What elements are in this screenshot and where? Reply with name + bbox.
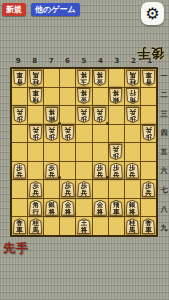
piece-kanji: 桂馬 (129, 70, 136, 84)
rank-label: 九 (159, 218, 169, 237)
piece-kanji: 銀将 (113, 89, 120, 103)
piece-face: 銀将 (46, 108, 58, 122)
piece-kanji: 金将 (97, 70, 104, 84)
piece-kanji: 歩兵 (145, 183, 152, 197)
piece-face: 香車 (14, 71, 26, 85)
shogi-piece-sente-3h[interactable]: 飛車 (109, 200, 123, 216)
rank-coordinate-labels: 一二三四五六七八九 (159, 67, 169, 237)
piece-face: 歩兵 (14, 108, 26, 122)
piece-face: 歩兵 (62, 182, 74, 196)
shogi-piece-sente-8g[interactable]: 歩兵 (29, 181, 43, 197)
board-square-9f[interactable]: 歩兵 (12, 162, 27, 180)
file-label: 2 (125, 57, 141, 66)
board-square-7e[interactable] (44, 143, 59, 161)
piece-kanji: 香車 (145, 220, 152, 234)
board-square-9h[interactable] (12, 199, 27, 217)
board-square-2i[interactable]: 桂馬 (125, 217, 140, 235)
board-square-3a[interactable] (109, 69, 124, 87)
piece-kanji: 香車 (16, 220, 23, 234)
piece-face: 金将 (94, 71, 106, 85)
board-square-6f[interactable] (60, 162, 75, 180)
board-square-4i[interactable] (93, 217, 108, 235)
board-square-7i[interactable] (44, 217, 59, 235)
new-game-button[interactable]: 新規 (2, 3, 26, 16)
shogi-piece-gote-1d[interactable]: 歩兵 (142, 125, 156, 141)
rank-label: 四 (159, 124, 169, 143)
shogi-piece-gote-8a[interactable]: 桂馬 (29, 70, 43, 86)
board-square-2b[interactable]: 角行 (125, 88, 140, 106)
board-square-1b[interactable] (141, 88, 156, 106)
board-square-2g[interactable] (125, 180, 140, 198)
piece-face: 香車 (143, 219, 155, 233)
piece-kanji: 歩兵 (32, 183, 39, 197)
piece-face: 角行 (30, 201, 42, 215)
piece-kanji: 銀将 (49, 201, 56, 215)
piece-kanji: 銀将 (129, 201, 136, 215)
board-square-7h[interactable]: 銀将 (44, 199, 59, 217)
board-square-4a[interactable]: 金将 (93, 69, 108, 87)
board-square-4e[interactable] (93, 143, 108, 161)
shogi-piece-sente-7f[interactable]: 歩兵 (45, 163, 59, 179)
shogi-piece-sente-4h[interactable]: 金将 (93, 200, 107, 216)
board-square-2h[interactable]: 銀将 (125, 199, 140, 217)
piece-kanji: 歩兵 (113, 145, 120, 159)
board-square-8i[interactable]: 桂馬 (28, 217, 43, 235)
board-square-2a[interactable]: 桂馬 (125, 69, 140, 87)
board-square-2d[interactable] (125, 125, 140, 143)
shogi-piece-gote-3e[interactable]: 歩兵 (109, 144, 123, 160)
board-square-6a[interactable] (60, 69, 75, 87)
shogi-piece-gote-2c[interactable]: 歩兵 (126, 107, 140, 123)
board-square-1d[interactable]: 歩兵 (141, 125, 156, 143)
board-square-4d[interactable] (93, 125, 108, 143)
shogi-piece-gote-7c[interactable]: 銀将 (45, 107, 59, 123)
board-square-5d[interactable] (76, 125, 91, 143)
board-square-8e[interactable] (28, 143, 43, 161)
shogi-piece-gote-9a[interactable]: 香車 (13, 70, 27, 86)
piece-kanji: 王将 (81, 220, 88, 234)
piece-face: 桂馬 (127, 71, 139, 85)
board-square-8c[interactable] (28, 106, 43, 124)
board-square-7c[interactable]: 銀将 (44, 106, 59, 124)
piece-kanji: 桂馬 (32, 70, 39, 84)
gear-icon: ⚙ (145, 6, 159, 22)
piece-face: 桂馬 (30, 71, 42, 85)
board-square-8h[interactable]: 角行 (28, 199, 43, 217)
piece-face: 歩兵 (127, 108, 139, 122)
board-square-4h[interactable]: 金将 (93, 199, 108, 217)
shogi-piece-gote-4c[interactable]: 歩兵 (93, 107, 107, 123)
board-square-7f[interactable]: 歩兵 (44, 162, 59, 180)
file-label: 6 (59, 57, 75, 66)
piece-kanji: 歩兵 (32, 126, 39, 140)
board-square-9c[interactable]: 歩兵 (12, 106, 27, 124)
piece-face: 香車 (143, 71, 155, 85)
shogi-piece-sente-6g[interactable]: 歩兵 (61, 181, 75, 197)
shogi-piece-sente-2f[interactable]: 歩兵 (126, 163, 140, 179)
board-square-9b[interactable] (12, 88, 27, 106)
piece-kanji: 桂馬 (129, 220, 136, 234)
board-square-3c[interactable] (109, 106, 124, 124)
board-square-6d[interactable]: 歩兵 (60, 125, 75, 143)
piece-face: 銀将 (127, 201, 139, 215)
shogi-piece-gote-8d[interactable]: 歩兵 (29, 125, 43, 141)
shogi-piece-sente-9f[interactable]: 歩兵 (13, 163, 27, 179)
board-square-7b[interactable] (44, 88, 59, 106)
shogi-piece-gote-5a[interactable]: 玉将 (77, 70, 91, 86)
piece-kanji: 銀将 (49, 108, 56, 122)
piece-face: 歩兵 (46, 164, 58, 178)
file-label: 7 (43, 57, 59, 66)
board-square-4f[interactable]: 歩兵 (93, 162, 108, 180)
board-square-9g[interactable] (12, 180, 27, 198)
piece-kanji: 歩兵 (97, 108, 104, 122)
piece-kanji: 歩兵 (129, 164, 136, 178)
board-square-4b[interactable] (93, 88, 108, 106)
rank-label: 一 (159, 67, 169, 86)
board-square-9i[interactable]: 香車 (12, 217, 27, 235)
board-square-7d[interactable]: 歩兵 (44, 125, 59, 143)
shogi-piece-sente-4f[interactable]: 歩兵 (93, 163, 107, 179)
board-square-5e[interactable] (76, 143, 91, 161)
piece-kanji: 香車 (16, 70, 23, 84)
other-games-button[interactable]: 他のゲーム (31, 3, 80, 16)
shogi-piece-sente-3f[interactable]: 歩兵 (109, 163, 123, 179)
sente-player-label: 先手 (3, 240, 29, 257)
piece-face: 歩兵 (78, 108, 90, 122)
shogi-piece-sente-8i[interactable]: 桂馬 (29, 218, 43, 234)
rank-label: 三 (159, 105, 169, 124)
shogi-piece-sente-2i[interactable]: 桂馬 (126, 218, 140, 234)
piece-kanji: 歩兵 (49, 164, 56, 178)
shogi-piece-gote-1a[interactable]: 香車 (142, 70, 156, 86)
shogi-piece-gote-2b[interactable]: 角行 (126, 88, 140, 104)
file-label: 8 (26, 57, 42, 66)
shogi-piece-gote-5b[interactable]: 金将 (77, 88, 91, 104)
board-square-8b[interactable]: 飛車 (28, 88, 43, 106)
shogi-piece-sente-2h[interactable]: 銀将 (126, 200, 140, 216)
piece-kanji: 玉将 (81, 70, 88, 84)
piece-kanji: 金将 (81, 89, 88, 103)
shogi-piece-gote-9c[interactable]: 歩兵 (13, 107, 27, 123)
piece-kanji: 歩兵 (65, 183, 72, 197)
board-square-3i[interactable] (109, 217, 124, 235)
piece-kanji: 飛車 (113, 201, 120, 215)
piece-face: 歩兵 (14, 164, 26, 178)
piece-face: 歩兵 (143, 182, 155, 196)
board-square-5b[interactable]: 金将 (76, 88, 91, 106)
shogi-piece-gote-6d[interactable]: 歩兵 (61, 125, 75, 141)
board-square-1a[interactable]: 香車 (141, 69, 156, 87)
piece-kanji: 歩兵 (97, 164, 104, 178)
shogi-piece-gote-5c[interactable]: 歩兵 (77, 107, 91, 123)
piece-kanji: 歩兵 (129, 108, 136, 122)
board-square-2c[interactable]: 歩兵 (125, 106, 140, 124)
board-square-3d[interactable] (109, 125, 124, 143)
piece-face: 香車 (14, 219, 26, 233)
rank-label: 七 (159, 180, 169, 199)
shogi-piece-gote-3b[interactable]: 銀将 (109, 88, 123, 104)
shogi-piece-sente-1i[interactable]: 香車 (142, 218, 156, 234)
file-coordinate-labels: 987654321 (10, 57, 158, 66)
shogi-piece-sente-7h[interactable]: 銀将 (45, 200, 59, 216)
piece-kanji: 歩兵 (81, 108, 88, 122)
file-label: 1 (142, 57, 158, 66)
file-label: 9 (10, 57, 26, 66)
shogi-piece-gote-2a[interactable]: 桂馬 (126, 70, 140, 86)
board-square-8g[interactable]: 歩兵 (28, 180, 43, 198)
file-label: 3 (109, 57, 125, 66)
shogi-piece-gote-4a[interactable]: 金将 (93, 70, 107, 86)
board-square-8a[interactable]: 桂馬 (28, 69, 43, 87)
shogi-piece-sente-5i[interactable]: 王将 (77, 218, 91, 234)
shogi-piece-gote-8b[interactable]: 飛車 (29, 88, 43, 104)
piece-kanji: 歩兵 (113, 164, 120, 178)
piece-face: 歩兵 (78, 182, 90, 196)
piece-kanji: 角行 (32, 201, 39, 215)
rank-label: 二 (159, 86, 169, 105)
piece-face: 歩兵 (94, 108, 106, 122)
shogi-board: 香車桂馬玉将金将桂馬香車飛車金将銀将角行歩兵銀将歩兵歩兵歩兵歩兵歩兵歩兵歩兵歩兵… (10, 67, 158, 237)
piece-kanji: 角行 (129, 89, 136, 103)
piece-kanji: 香車 (145, 70, 152, 84)
board-square-1f[interactable] (141, 162, 156, 180)
piece-kanji: 金将 (97, 201, 104, 215)
shogi-piece-sente-1g[interactable]: 歩兵 (142, 181, 156, 197)
board-square-9d[interactable] (12, 125, 27, 143)
board-square-2f[interactable]: 歩兵 (125, 162, 140, 180)
shogi-piece-gote-7d[interactable]: 歩兵 (45, 125, 59, 141)
rank-label: 八 (159, 199, 169, 218)
shogi-piece-sente-5g[interactable]: 歩兵 (77, 181, 91, 197)
piece-kanji: 歩兵 (16, 108, 23, 122)
board-square-5a[interactable]: 玉将 (76, 69, 91, 87)
shogi-piece-sente-6h[interactable]: 金将 (61, 200, 75, 216)
file-label: 4 (92, 57, 108, 66)
piece-face: 桂馬 (127, 219, 139, 233)
shogi-piece-sente-8h[interactable]: 角行 (29, 200, 43, 216)
piece-kanji: 桂馬 (32, 220, 39, 234)
board-square-1g[interactable]: 歩兵 (141, 180, 156, 198)
piece-kanji: 金将 (65, 201, 72, 215)
piece-face: 桂馬 (30, 219, 42, 233)
piece-kanji: 歩兵 (65, 126, 72, 140)
settings-button[interactable]: ⚙ (141, 2, 164, 25)
shogi-app-screen: 新規 他のゲーム ⚙ 後手 987654321 香車桂馬玉将金将桂馬香車飛車金将… (0, 0, 169, 300)
board-square-9e[interactable] (12, 143, 27, 161)
board-square-7g[interactable] (44, 180, 59, 198)
piece-face: 歩兵 (127, 164, 139, 178)
board-square-5c[interactable]: 歩兵 (76, 106, 91, 124)
rank-label: 六 (159, 161, 169, 180)
piece-face: 玉将 (78, 71, 90, 85)
board-square-3f[interactable]: 歩兵 (109, 162, 124, 180)
piece-face: 金将 (62, 201, 74, 215)
piece-face: 飛車 (110, 201, 122, 215)
board-square-6g[interactable]: 歩兵 (60, 180, 75, 198)
board-square-4c[interactable]: 歩兵 (93, 106, 108, 124)
board-square-1h[interactable] (141, 199, 156, 217)
piece-kanji: 歩兵 (49, 126, 56, 140)
board-square-6h[interactable]: 金将 (60, 199, 75, 217)
board-square-3h[interactable]: 飛車 (109, 199, 124, 217)
board-square-6b[interactable] (60, 88, 75, 106)
board-square-6c[interactable] (60, 106, 75, 124)
piece-face: 歩兵 (110, 164, 122, 178)
board-square-6e[interactable] (60, 143, 75, 161)
piece-kanji: 歩兵 (145, 126, 152, 140)
board-square-1e[interactable] (141, 143, 156, 161)
piece-face: 銀将 (46, 201, 58, 215)
board-square-5h[interactable] (76, 199, 91, 217)
piece-face: 歩兵 (94, 164, 106, 178)
file-label: 5 (76, 57, 92, 66)
board-square-7a[interactable] (44, 69, 59, 87)
board-square-1i[interactable]: 香車 (141, 217, 156, 235)
board-square-9a[interactable]: 香車 (12, 69, 27, 87)
piece-kanji: 飛車 (32, 89, 39, 103)
board-square-5g[interactable]: 歩兵 (76, 180, 91, 198)
piece-face: 金将 (94, 201, 106, 215)
rank-label: 五 (159, 143, 169, 162)
board-square-3e[interactable]: 歩兵 (109, 143, 124, 161)
board-square-8d[interactable]: 歩兵 (28, 125, 43, 143)
piece-kanji: 歩兵 (81, 183, 88, 197)
board-square-2e[interactable] (125, 143, 140, 161)
board-square-3b[interactable]: 銀将 (109, 88, 124, 106)
board-square-6i[interactable] (60, 217, 75, 235)
board-square-1c[interactable] (141, 106, 156, 124)
board-square-5i[interactable]: 王将 (76, 217, 91, 235)
piece-face: 歩兵 (30, 182, 42, 196)
piece-face: 王将 (78, 219, 90, 233)
board-square-5f[interactable] (76, 162, 91, 180)
board-square-8f[interactable] (28, 162, 43, 180)
board-square-3g[interactable] (109, 180, 124, 198)
board-square-4g[interactable] (93, 180, 108, 198)
shogi-piece-sente-9i[interactable]: 香車 (13, 218, 27, 234)
piece-kanji: 歩兵 (16, 164, 23, 178)
